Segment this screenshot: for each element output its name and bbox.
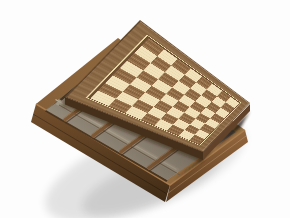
- product-photo-scene: [0, 0, 290, 218]
